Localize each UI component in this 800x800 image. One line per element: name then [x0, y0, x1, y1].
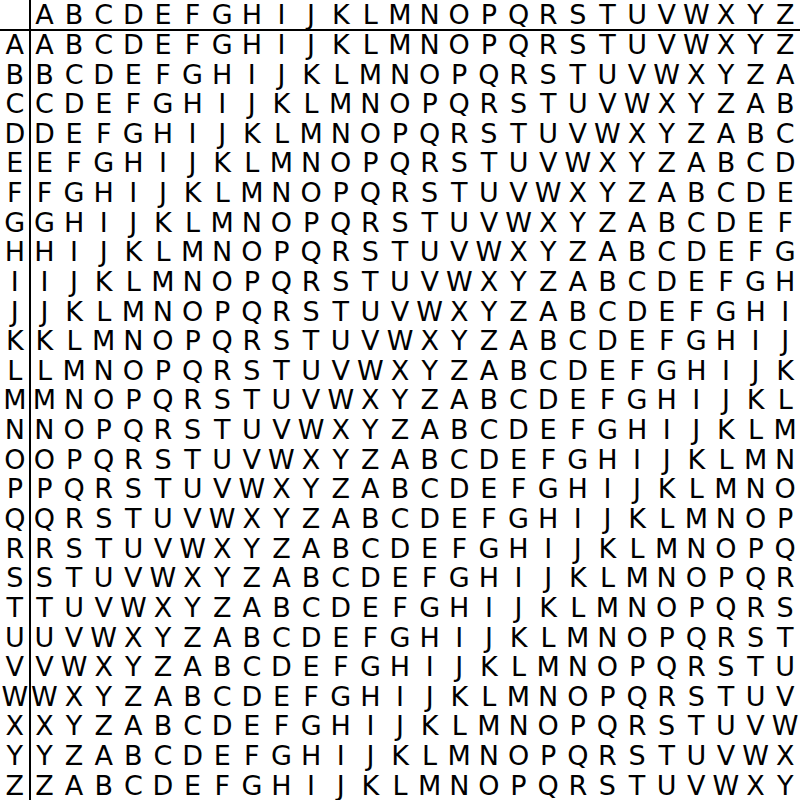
grid-cell: P	[207, 296, 237, 326]
grid-cell: Y	[563, 207, 593, 237]
grid-cell: D	[119, 30, 149, 60]
grid-cell: J	[622, 474, 652, 504]
grid-cell: R	[148, 415, 178, 445]
grid-cell: P	[59, 444, 89, 474]
grid-cell: W	[296, 415, 326, 445]
grid-cell: M	[267, 148, 297, 178]
grid-cell: Q	[444, 89, 474, 119]
column-header-cell: T	[593, 0, 623, 30]
grid-cell: Z	[741, 59, 771, 89]
grid-cell: B	[207, 652, 237, 682]
grid-cell: M	[504, 681, 534, 711]
grid-cell: P	[296, 207, 326, 237]
grid-cell: E	[444, 504, 474, 534]
grid-cell: B	[178, 681, 208, 711]
grid-cell: L	[237, 148, 267, 178]
grid-cell: V	[296, 385, 326, 415]
grid-cell: B	[741, 119, 771, 149]
grid-cell: W	[415, 296, 445, 326]
grid-cell: U	[30, 622, 60, 652]
grid-cell: G	[593, 415, 623, 445]
grid-cell: V	[119, 563, 149, 593]
grid-cell: Z	[267, 533, 297, 563]
grid-cell: K	[681, 444, 711, 474]
grid-cell: K	[593, 533, 623, 563]
grid-cell: J	[237, 89, 267, 119]
grid-cell: T	[444, 178, 474, 208]
grid-cell: J	[30, 296, 60, 326]
grid-cell: O	[59, 415, 89, 445]
grid-cell: C	[207, 681, 237, 711]
grid-cell: N	[89, 356, 119, 386]
grid-cell: Y	[385, 385, 415, 415]
grid-cell: G	[207, 30, 237, 60]
grid-cell: X	[563, 178, 593, 208]
grid-cell: P	[593, 681, 623, 711]
grid-cell: C	[474, 415, 504, 445]
grid-cell: Q	[356, 178, 386, 208]
grid-cell: Y	[267, 504, 297, 534]
grid-cell: O	[296, 178, 326, 208]
grid-cell: L	[178, 207, 208, 237]
grid-cell: F	[178, 30, 208, 60]
grid-cell: G	[474, 533, 504, 563]
grid-cell: W	[119, 593, 149, 623]
grid-cell: I	[267, 30, 297, 60]
column-header-cell: N	[415, 0, 445, 30]
grid-cell: X	[385, 356, 415, 386]
grid-cell: G	[622, 385, 652, 415]
grid-cell: B	[148, 711, 178, 741]
grid-cell: M	[593, 593, 623, 623]
grid-cell: S	[148, 444, 178, 474]
grid-cell: Q	[148, 385, 178, 415]
grid-cell: X	[622, 119, 652, 149]
grid-cell: E	[59, 119, 89, 149]
grid-cell: O	[356, 119, 386, 149]
grid-cell: C	[267, 622, 297, 652]
grid-cell: E	[326, 622, 356, 652]
grid-cell: X	[474, 267, 504, 297]
grid-cell: B	[59, 30, 89, 60]
grid-cell: Z	[385, 415, 415, 445]
grid-cell: C	[622, 267, 652, 297]
grid-cell: W	[178, 533, 208, 563]
grid-cell: S	[356, 237, 386, 267]
grid-cell: D	[741, 178, 771, 208]
grid-cell: M	[178, 237, 208, 267]
corner-cell	[0, 0, 30, 30]
grid-cell: M	[89, 326, 119, 356]
column-header-cell: L	[356, 0, 386, 30]
grid-cell: C	[681, 207, 711, 237]
grid-cell: B	[444, 415, 474, 445]
grid-cell: H	[148, 119, 178, 149]
grid-cell: H	[119, 148, 149, 178]
grid-cell: R	[385, 178, 415, 208]
grid-cell: D	[356, 563, 386, 593]
grid-cell: S	[415, 178, 445, 208]
grid-cell: Q	[385, 148, 415, 178]
row-header-cell: L	[0, 356, 30, 386]
grid-cell: Q	[741, 563, 771, 593]
grid-cell: D	[444, 474, 474, 504]
grid-cell: E	[30, 148, 60, 178]
row-header-cell: D	[0, 119, 30, 149]
grid-cell: V	[207, 474, 237, 504]
grid-cell: C	[237, 652, 267, 682]
grid-cell: S	[119, 474, 149, 504]
grid-cell: F	[148, 59, 178, 89]
grid-cell: V	[237, 444, 267, 474]
grid-cell: E	[119, 59, 149, 89]
grid-cell: Z	[622, 178, 652, 208]
grid-cell: T	[356, 267, 386, 297]
grid-cell: M	[415, 770, 445, 800]
grid-cell: U	[563, 89, 593, 119]
column-header-cell: O	[444, 0, 474, 30]
grid-cell: J	[89, 237, 119, 267]
grid-cell: X	[296, 444, 326, 474]
column-header-cell: M	[385, 0, 415, 30]
grid-cell: O	[741, 504, 771, 534]
column-header-cell: D	[119, 0, 149, 30]
grid-cell: T	[533, 89, 563, 119]
grid-cell: C	[593, 296, 623, 326]
grid-cell: W	[533, 178, 563, 208]
grid-cell: G	[296, 711, 326, 741]
grid-cell: X	[444, 296, 474, 326]
grid-cell: T	[89, 533, 119, 563]
grid-cell: X	[741, 770, 771, 800]
grid-cell: V	[563, 119, 593, 149]
row-header-cell: Q	[0, 504, 30, 534]
grid-cell: H	[504, 533, 534, 563]
grid-cell: A	[356, 474, 386, 504]
column-header-cell: B	[59, 0, 89, 30]
grid-cell: G	[711, 296, 741, 326]
grid-cell: U	[711, 711, 741, 741]
grid-cell: Z	[474, 326, 504, 356]
grid-cell: Q	[30, 504, 60, 534]
grid-cell: B	[356, 504, 386, 534]
grid-cell: N	[59, 385, 89, 415]
grid-cell: X	[504, 237, 534, 267]
grid-cell: S	[30, 563, 60, 593]
grid-cell: J	[593, 504, 623, 534]
grid-cell: N	[622, 593, 652, 623]
grid-cell: J	[59, 267, 89, 297]
grid-cell: J	[356, 741, 386, 771]
grid-cell: M	[356, 59, 386, 89]
grid-cell: Z	[119, 681, 149, 711]
grid-cell: K	[89, 267, 119, 297]
grid-cell: N	[148, 296, 178, 326]
grid-cell: F	[59, 148, 89, 178]
grid-cell: V	[770, 681, 800, 711]
grid-cell: D	[681, 237, 711, 267]
grid-cell: O	[385, 89, 415, 119]
grid-cell: L	[267, 119, 297, 149]
grid-cell: F	[237, 741, 267, 771]
grid-cell: H	[267, 770, 297, 800]
grid-cell: N	[741, 474, 771, 504]
grid-cell: Y	[474, 296, 504, 326]
grid-cell: T	[593, 30, 623, 60]
grid-cell: H	[474, 563, 504, 593]
grid-cell: B	[415, 444, 445, 474]
grid-cell: R	[741, 593, 771, 623]
grid-cell: F	[533, 444, 563, 474]
grid-cell: L	[207, 178, 237, 208]
grid-cell: K	[533, 593, 563, 623]
grid-cell: F	[622, 356, 652, 386]
grid-cell: P	[89, 415, 119, 445]
grid-cell: C	[30, 89, 60, 119]
grid-cell: L	[533, 622, 563, 652]
row-header-cell: W	[0, 681, 30, 711]
grid-cell: K	[267, 89, 297, 119]
grid-cell: D	[267, 652, 297, 682]
grid-cell: T	[770, 622, 800, 652]
row-header-cell: X	[0, 711, 30, 741]
column-header-cell: K	[326, 0, 356, 30]
grid-cell: S	[296, 296, 326, 326]
grid-cell: A	[741, 89, 771, 119]
grid-cell: L	[326, 59, 356, 89]
grid-cell: R	[770, 563, 800, 593]
grid-cell: X	[30, 711, 60, 741]
grid-cell: E	[770, 178, 800, 208]
grid-cell: J	[711, 385, 741, 415]
grid-cell: R	[237, 326, 267, 356]
grid-cell: I	[178, 119, 208, 149]
grid-cell: Q	[267, 267, 297, 297]
grid-cell: L	[148, 237, 178, 267]
grid-cell: L	[119, 267, 149, 297]
grid-cell: X	[148, 593, 178, 623]
grid-cell: I	[652, 415, 682, 445]
column-header-cell: S	[563, 0, 593, 30]
grid-cell: R	[267, 296, 297, 326]
grid-cell: R	[326, 237, 356, 267]
grid-cell: G	[178, 59, 208, 89]
grid-cell: Y	[770, 770, 800, 800]
grid-cell: K	[385, 741, 415, 771]
grid-cell: U	[296, 356, 326, 386]
grid-cell: Q	[770, 533, 800, 563]
grid-cell: I	[711, 356, 741, 386]
grid-cell: W	[652, 59, 682, 89]
grid-cell: P	[30, 474, 60, 504]
row-header-cell: O	[0, 444, 30, 474]
column-header-cell: Y	[741, 0, 771, 30]
grid-cell: E	[681, 267, 711, 297]
grid-cell: V	[59, 622, 89, 652]
grid-cell: I	[770, 296, 800, 326]
grid-cell: R	[207, 356, 237, 386]
header-divider-horizontal	[0, 29, 800, 31]
grid-cell: M	[207, 207, 237, 237]
grid-cell: Y	[119, 652, 149, 682]
grid-cell: M	[444, 741, 474, 771]
grid-cell: L	[474, 681, 504, 711]
grid-cell: N	[593, 622, 623, 652]
grid-cell: H	[444, 593, 474, 623]
grid-cell: P	[444, 59, 474, 89]
grid-cell: D	[178, 741, 208, 771]
grid-cell: N	[267, 178, 297, 208]
grid-cell: Q	[533, 770, 563, 800]
grid-cell: R	[415, 148, 445, 178]
column-header-cell: W	[681, 0, 711, 30]
grid-cell: Z	[326, 474, 356, 504]
grid-cell: X	[593, 148, 623, 178]
grid-cell: V	[148, 533, 178, 563]
grid-cell: U	[504, 148, 534, 178]
grid-cell: I	[326, 741, 356, 771]
header-divider-vertical	[29, 0, 31, 800]
grid-cell: E	[652, 296, 682, 326]
grid-cell: L	[593, 563, 623, 593]
grid-cell: U	[326, 326, 356, 356]
grid-cell: O	[622, 622, 652, 652]
grid-cell: L	[504, 652, 534, 682]
grid-cell: O	[207, 267, 237, 297]
grid-cell: F	[504, 474, 534, 504]
grid-cell: D	[593, 326, 623, 356]
grid-cell: Q	[711, 593, 741, 623]
grid-cell: U	[267, 385, 297, 415]
grid-cell: P	[563, 711, 593, 741]
grid-cell: U	[533, 119, 563, 149]
row-header-cell: K	[0, 326, 30, 356]
grid-cell: M	[59, 356, 89, 386]
grid-cell: E	[474, 474, 504, 504]
grid-cell: I	[237, 59, 267, 89]
grid-cell: L	[770, 385, 800, 415]
grid-cell: H	[207, 59, 237, 89]
grid-cell: C	[770, 119, 800, 149]
grid-cell: F	[30, 178, 60, 208]
grid-cell: Q	[474, 59, 504, 89]
grid-cell: F	[356, 622, 386, 652]
grid-cell: D	[30, 119, 60, 149]
grid-cell: A	[563, 267, 593, 297]
grid-cell: R	[59, 504, 89, 534]
grid-cell: E	[504, 444, 534, 474]
grid-cell: G	[30, 207, 60, 237]
grid-cell: K	[326, 30, 356, 60]
grid-cell: F	[326, 652, 356, 682]
grid-cell: V	[89, 593, 119, 623]
grid-cell: J	[178, 148, 208, 178]
grid-cell: D	[652, 267, 682, 297]
grid-cell: G	[652, 356, 682, 386]
grid-cell: U	[59, 593, 89, 623]
grid-cell: F	[267, 711, 297, 741]
grid-cell: V	[444, 237, 474, 267]
grid-cell: K	[444, 681, 474, 711]
grid-cell: J	[474, 622, 504, 652]
grid-cell: U	[237, 415, 267, 445]
grid-cell: Z	[533, 267, 563, 297]
grid-cell: N	[207, 237, 237, 267]
grid-cell: Y	[593, 178, 623, 208]
grid-cell: O	[267, 207, 297, 237]
grid-cell: F	[385, 593, 415, 623]
grid-cell: R	[474, 89, 504, 119]
grid-cell: U	[207, 444, 237, 474]
grid-cell: D	[237, 681, 267, 711]
grid-cell: T	[741, 652, 771, 682]
column-header-cell: I	[267, 0, 297, 30]
grid-cell: T	[237, 385, 267, 415]
grid-cell: Q	[504, 30, 534, 60]
grid-cell: F	[711, 267, 741, 297]
grid-cell: J	[681, 415, 711, 445]
grid-cell: J	[563, 533, 593, 563]
grid-cell: N	[444, 770, 474, 800]
grid-cell: S	[444, 148, 474, 178]
grid-cell: E	[593, 356, 623, 386]
grid-cell: T	[119, 504, 149, 534]
grid-cell: N	[711, 504, 741, 534]
grid-cell: Q	[415, 119, 445, 149]
grid-cell: I	[148, 148, 178, 178]
grid-cell: F	[652, 326, 682, 356]
grid-cell: B	[385, 474, 415, 504]
grid-cell: Q	[681, 622, 711, 652]
grid-cell: M	[385, 30, 415, 60]
grid-cell: P	[474, 30, 504, 60]
grid-cell: W	[711, 770, 741, 800]
grid-cell: Q	[593, 711, 623, 741]
grid-cell: J	[415, 681, 445, 711]
grid-cell: B	[119, 741, 149, 771]
grid-cell: J	[119, 207, 149, 237]
grid-cell: K	[770, 356, 800, 386]
grid-cell: V	[356, 326, 386, 356]
grid-cell: C	[119, 770, 149, 800]
grid-cell: G	[681, 326, 711, 356]
grid-cell: B	[474, 385, 504, 415]
grid-cell: W	[385, 326, 415, 356]
grid-cell: P	[652, 622, 682, 652]
grid-cell: S	[178, 415, 208, 445]
grid-cell: D	[770, 148, 800, 178]
grid-cell: D	[296, 622, 326, 652]
grid-cell: K	[59, 296, 89, 326]
grid-cell: G	[148, 89, 178, 119]
grid-cell: H	[681, 356, 711, 386]
grid-cell: B	[593, 267, 623, 297]
grid-cell: L	[741, 415, 771, 445]
grid-cell: Q	[237, 296, 267, 326]
grid-cell: Y	[148, 622, 178, 652]
grid-cell: T	[681, 711, 711, 741]
grid-cell: A	[148, 681, 178, 711]
grid-cell: I	[533, 533, 563, 563]
grid-cell: W	[622, 89, 652, 119]
grid-cell: S	[533, 59, 563, 89]
grid-cell: O	[178, 296, 208, 326]
grid-cell: B	[533, 326, 563, 356]
grid-cell: F	[770, 207, 800, 237]
grid-cell: R	[178, 385, 208, 415]
grid-cell: B	[770, 89, 800, 119]
grid-cell: X	[681, 59, 711, 89]
